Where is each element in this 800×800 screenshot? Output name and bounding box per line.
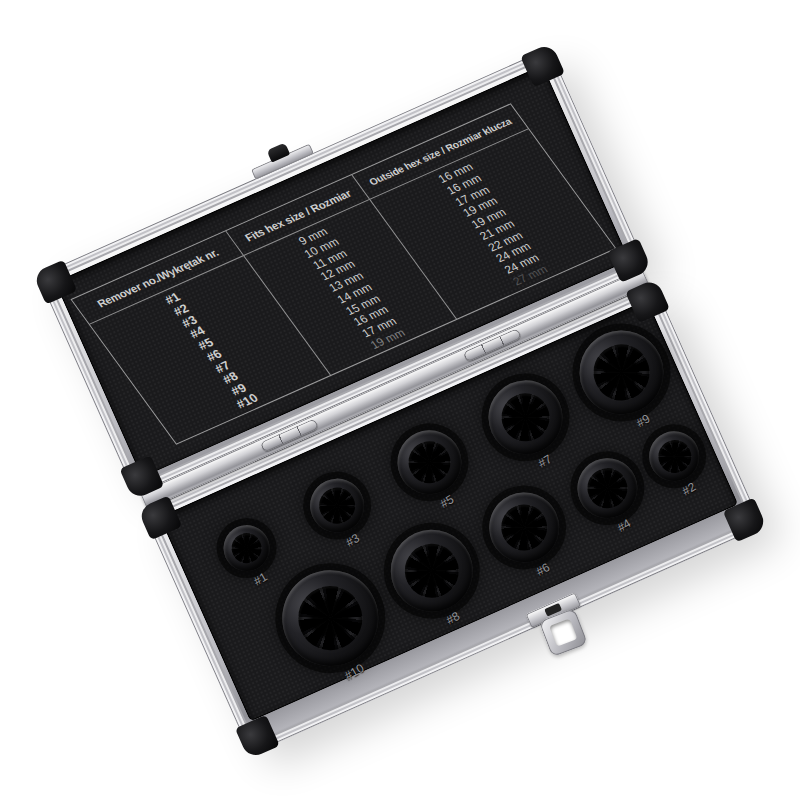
latch: [526, 592, 596, 661]
corner-cap: [235, 715, 280, 760]
aluminum-case: Remover no./Wykrętak nr. Fits hex size /…: [38, 48, 763, 754]
product-photo: Remover no./Wykrętak nr. Fits hex size /…: [0, 0, 800, 800]
handle-knob: [267, 142, 291, 162]
